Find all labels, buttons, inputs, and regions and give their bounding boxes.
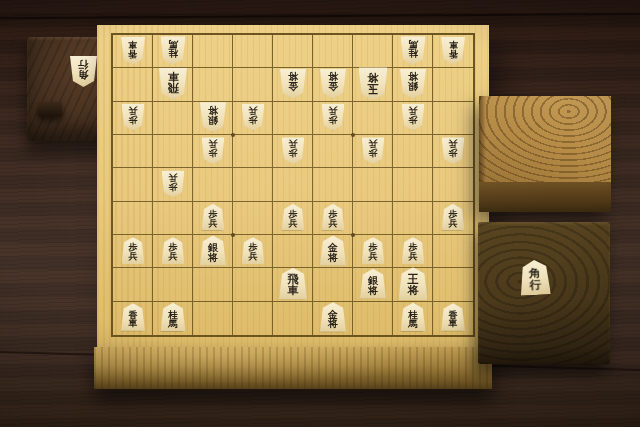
piece-kanji: 桂馬	[168, 39, 178, 58]
square-5a[interactable]	[273, 35, 313, 68]
photo-scene: 角行 香車桂馬桂馬香車飛車金将金将玉将銀将歩兵銀将歩兵歩兵歩兵歩兵歩兵歩兵歩兵歩…	[0, 0, 640, 427]
square-8d[interactable]	[153, 135, 193, 168]
piece-kanji: 銀将	[208, 105, 218, 125]
square-4h[interactable]	[313, 268, 353, 301]
piece-kanji: 歩兵	[409, 106, 418, 124]
square-6d[interactable]	[233, 135, 273, 168]
square-3a[interactable]	[353, 35, 393, 68]
piece-kanji: 歩兵	[209, 210, 218, 228]
square-5i[interactable]	[273, 302, 313, 335]
square-1h[interactable]	[433, 268, 473, 301]
square-2f[interactable]	[393, 202, 433, 235]
square-4a[interactable]	[313, 35, 353, 68]
hoshi-dot	[231, 233, 235, 237]
piece-kanji: 香車	[128, 40, 137, 58]
hoshi-dot	[351, 233, 355, 237]
square-7i[interactable]	[193, 302, 233, 335]
piece-kanji: 銀将	[208, 243, 218, 263]
piece-kanji: 歩兵	[329, 210, 338, 228]
board-side-face	[94, 347, 492, 389]
piece-kanji: 歩兵	[369, 140, 378, 158]
piece-kanji: 歩兵	[409, 244, 418, 262]
piece-kanji: 歩兵	[249, 244, 258, 262]
square-1g[interactable]	[433, 235, 473, 268]
piece-kanji: 歩兵	[169, 244, 178, 262]
piece-kanji: 金将	[328, 243, 338, 263]
square-8h[interactable]	[153, 268, 193, 301]
piece-kanji: 歩兵	[128, 106, 137, 124]
hand-piece-bishop-sente[interactable]: 角行	[519, 259, 551, 296]
square-7e[interactable]	[193, 168, 233, 201]
square-7a[interactable]	[193, 35, 233, 68]
piece-kanji: 金将	[328, 309, 338, 329]
piece-kanji: 歩兵	[329, 106, 338, 124]
piece-kanji: 歩兵	[249, 106, 258, 124]
square-5c[interactable]	[273, 102, 313, 135]
shogi-board: 香車桂馬桂馬香車飛車金将金将玉将銀将歩兵銀将歩兵歩兵歩兵歩兵歩兵歩兵歩兵歩兵歩兵…	[97, 25, 489, 347]
piece-kanji: 飛車	[288, 275, 299, 297]
square-1c[interactable]	[433, 102, 473, 135]
piece-kanji: 歩兵	[369, 244, 378, 262]
square-3c[interactable]	[353, 102, 393, 135]
square-6f[interactable]	[233, 202, 273, 235]
hoshi-dot	[231, 133, 235, 137]
komadai-foot	[38, 102, 62, 117]
piece-kanji: 歩兵	[449, 140, 458, 158]
square-8c[interactable]	[153, 102, 193, 135]
square-6h[interactable]	[233, 268, 273, 301]
square-5g[interactable]	[273, 235, 313, 268]
square-4e[interactable]	[313, 168, 353, 201]
piece-kanji: 角行	[529, 268, 542, 291]
square-5e[interactable]	[273, 168, 313, 201]
square-6e[interactable]	[233, 168, 273, 201]
square-7h[interactable]	[193, 268, 233, 301]
square-9b[interactable]	[113, 68, 153, 101]
square-1e[interactable]	[433, 168, 473, 201]
square-9e[interactable]	[113, 168, 153, 201]
piece-kanji: 歩兵	[128, 244, 137, 262]
piece-kanji: 桂馬	[408, 310, 418, 329]
square-8f[interactable]	[153, 202, 193, 235]
piece-kanji: 王将	[408, 275, 419, 297]
square-7b[interactable]	[193, 68, 233, 101]
square-3e[interactable]	[353, 168, 393, 201]
square-9f[interactable]	[113, 202, 153, 235]
square-9h[interactable]	[113, 268, 153, 301]
piece-box-top	[479, 96, 611, 182]
square-3i[interactable]	[353, 302, 393, 335]
square-2d[interactable]	[393, 135, 433, 168]
piece-kanji: 歩兵	[449, 210, 458, 228]
piece-kanji: 銀将	[368, 276, 378, 296]
piece-kanji: 香車	[128, 310, 137, 328]
square-9d[interactable]	[113, 135, 153, 168]
piece-kanji: 香車	[449, 40, 458, 58]
piece-kanji: 香車	[449, 310, 458, 328]
square-6a[interactable]	[233, 35, 273, 68]
piece-kanji: 玉将	[368, 71, 379, 93]
komadai-sente: 角行	[478, 222, 610, 364]
piece-kanji: 歩兵	[289, 210, 298, 228]
piece-kanji: 角行	[78, 59, 89, 80]
piece-kanji: 桂馬	[408, 39, 418, 58]
board-grid: 香車桂馬桂馬香車飛車金将金将玉将銀将歩兵銀将歩兵歩兵歩兵歩兵歩兵歩兵歩兵歩兵歩兵…	[111, 33, 475, 337]
piece-box	[479, 96, 611, 212]
hoshi-dot	[351, 133, 355, 137]
piece-box-front	[479, 182, 611, 212]
piece-kanji: 金将	[328, 72, 338, 92]
square-3f[interactable]	[353, 202, 393, 235]
piece-kanji: 飛車	[168, 71, 179, 93]
piece-kanji: 歩兵	[209, 140, 218, 158]
piece-kanji: 銀将	[408, 72, 418, 92]
board-side-grain	[94, 347, 492, 389]
piece-box-edge	[479, 96, 486, 182]
square-2e[interactable]	[393, 168, 433, 201]
square-6i[interactable]	[233, 302, 273, 335]
table-seam	[0, 13, 640, 20]
piece-kanji: 歩兵	[289, 140, 298, 158]
square-6b[interactable]	[233, 68, 273, 101]
piece-kanji: 金将	[288, 72, 298, 92]
square-1b[interactable]	[433, 68, 473, 101]
square-4d[interactable]	[313, 135, 353, 168]
piece-kanji: 桂馬	[168, 310, 178, 329]
piece-kanji: 歩兵	[169, 173, 178, 191]
